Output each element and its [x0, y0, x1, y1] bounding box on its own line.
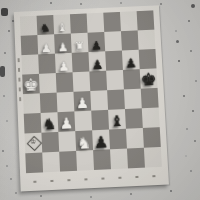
film-grain-speck [185, 155, 187, 157]
square-h2[interactable] [143, 127, 161, 148]
square-h4[interactable] [141, 88, 159, 108]
square-c7[interactable]: ♟ [54, 33, 72, 53]
square-a8[interactable] [20, 16, 37, 36]
film-grain-speck [120, 2, 122, 4]
square-c5[interactable] [56, 72, 74, 92]
coordinate-tick [152, 175, 155, 177]
piece-black-bishop[interactable]: ♝ [110, 114, 124, 129]
film-grain-speck [178, 60, 180, 62]
square-d1[interactable] [76, 150, 94, 171]
square-h6[interactable] [139, 49, 157, 69]
brand-text-mark [18, 68, 20, 72]
square-f3[interactable]: ♝ [108, 109, 126, 129]
square-a7[interactable] [21, 35, 39, 55]
film-grain-speck [130, 193, 132, 195]
piece-white-pawn[interactable]: ♟ [76, 97, 90, 111]
square-g3[interactable] [125, 108, 143, 128]
film-grain-speck [6, 120, 8, 122]
piece-white-bishop[interactable]: ♝ [57, 23, 67, 34]
square-f2[interactable] [109, 129, 127, 150]
square-e2[interactable]: ♟ [92, 130, 110, 151]
square-b7[interactable]: ♟ [37, 34, 55, 54]
piece-white-pawn[interactable]: ♟ [57, 42, 68, 54]
mat-logo-emblem: ♔ [27, 136, 40, 149]
square-b6[interactable] [38, 54, 56, 74]
square-b3[interactable]: ♞ [41, 112, 59, 133]
square-a4[interactable] [23, 93, 41, 113]
square-h8[interactable] [137, 10, 155, 30]
chess-mat: ♞♝♟♟♜♟♟♟♟♚♚♟♞♟♝♔♞♟ [14, 5, 169, 191]
square-a3[interactable] [24, 113, 42, 134]
film-grain-speck [160, 3, 162, 5]
film-grain-speck [8, 30, 10, 32]
photo-dark-blemish [1, 8, 8, 16]
photo-dark-blemish [191, 4, 195, 8]
film-grain-speck [40, 195, 42, 197]
square-g1[interactable] [127, 148, 145, 169]
square-f4[interactable] [107, 89, 125, 109]
brand-text-mark [19, 78, 21, 82]
coordinate-tick [50, 180, 53, 182]
coordinate-tick [67, 179, 70, 181]
square-f8[interactable] [103, 12, 121, 32]
film-grain-speck [190, 170, 192, 172]
square-h7[interactable] [138, 30, 156, 50]
square-a1[interactable] [25, 153, 43, 174]
piece-black-pawn[interactable]: ♟ [91, 40, 102, 52]
square-c6[interactable]: ♟ [55, 53, 73, 73]
square-c8[interactable]: ♝ [53, 14, 71, 34]
square-g6[interactable]: ♟ [122, 50, 140, 70]
square-b8[interactable]: ♞ [37, 15, 55, 35]
piece-black-pawn[interactable]: ♟ [91, 59, 103, 71]
piece-white-king[interactable]: ♚ [23, 77, 39, 94]
coordinate-tick [135, 176, 138, 178]
square-b5[interactable] [39, 73, 57, 93]
square-c2[interactable] [58, 131, 76, 152]
square-c1[interactable] [59, 151, 77, 172]
film-grain-speck [192, 110, 194, 112]
square-d2[interactable]: ♞ [75, 130, 93, 151]
square-d7[interactable]: ♜ [71, 33, 89, 53]
square-c3[interactable]: ♟ [57, 111, 75, 131]
film-grain-speck [186, 128, 188, 130]
square-b2[interactable] [41, 132, 59, 153]
film-grain-speck [194, 140, 196, 142]
piece-white-pawn[interactable]: ♟ [41, 43, 52, 55]
brand-text-mark [19, 97, 21, 101]
film-grain-speck [175, 30, 177, 32]
film-grain-speck [190, 50, 192, 52]
piece-white-pawn[interactable]: ♟ [59, 117, 73, 132]
film-grain-speck [188, 20, 190, 22]
film-grain-speck [3, 95, 5, 97]
film-grain-speck [2, 150, 4, 152]
film-grain-speck [50, 2, 52, 4]
square-f6[interactable] [105, 51, 123, 71]
square-h5[interactable]: ♚ [140, 68, 158, 88]
square-d4[interactable]: ♟ [73, 91, 91, 111]
square-g8[interactable] [120, 11, 138, 31]
brand-text-mark [19, 87, 21, 91]
piece-black-pawn[interactable]: ♟ [125, 57, 137, 69]
square-a5[interactable]: ♚ [22, 74, 40, 94]
coordinate-tick [84, 179, 87, 181]
piece-white-knight[interactable]: ♞ [77, 135, 92, 151]
piece-black-king[interactable]: ♚ [140, 71, 157, 88]
film-grain-speck [15, 192, 17, 194]
chess-board[interactable]: ♞♝♟♟♜♟♟♟♟♚♚♟♞♟♝♔♞♟ [20, 10, 162, 173]
piece-black-knight[interactable]: ♞ [42, 118, 56, 133]
square-c4[interactable] [57, 92, 75, 112]
film-grain-speck [4, 52, 6, 54]
square-e8[interactable] [87, 13, 105, 33]
square-e5[interactable] [89, 71, 107, 91]
square-e7[interactable]: ♟ [88, 32, 106, 52]
film-grain-speck [195, 80, 197, 82]
film-grain-speck [10, 178, 12, 180]
film-grain-speck [170, 190, 172, 192]
brand-text-mark [18, 58, 20, 62]
piece-black-pawn[interactable]: ♟ [94, 134, 109, 150]
square-e1[interactable] [93, 149, 111, 170]
square-f7[interactable] [104, 31, 122, 51]
photo-background: ♞♝♟♟♜♟♟♟♟♚♚♟♞♟♝♔♞♟ [0, 0, 200, 200]
film-grain-speck [80, 3, 82, 5]
crown-icon: ♔ [30, 139, 37, 146]
square-e4[interactable] [90, 90, 108, 110]
square-d6[interactable] [72, 52, 90, 72]
square-g7[interactable] [121, 30, 139, 50]
square-a2[interactable]: ♔ [24, 133, 42, 154]
square-g2[interactable] [126, 128, 144, 149]
film-grain-speck [12, 20, 14, 22]
piece-white-rook[interactable]: ♜ [74, 41, 85, 53]
square-h3[interactable] [142, 107, 160, 127]
square-a6[interactable] [21, 54, 39, 74]
square-d5[interactable] [73, 71, 91, 91]
film-grain-speck [6, 165, 8, 167]
square-f1[interactable] [110, 149, 128, 170]
piece-black-knight[interactable]: ♞ [40, 24, 50, 35]
photo-dark-blemish [0, 66, 5, 77]
square-d8[interactable] [70, 13, 88, 33]
square-e6[interactable]: ♟ [88, 51, 106, 71]
square-g5[interactable] [123, 69, 141, 89]
coordinate-tick [118, 177, 121, 179]
coordinate-tick [101, 178, 104, 180]
piece-white-pawn[interactable]: ♟ [58, 60, 70, 72]
film-grain-speck [183, 95, 185, 97]
square-b4[interactable] [40, 93, 58, 113]
mat-bottom-coordinates [26, 171, 162, 187]
square-f5[interactable] [106, 70, 124, 90]
film-grain-speck [90, 196, 92, 198]
square-g4[interactable] [124, 89, 142, 109]
square-b1[interactable] [42, 152, 60, 173]
square-h1[interactable] [144, 147, 162, 168]
coordinate-tick [33, 181, 36, 183]
photo-dark-blemish [176, 40, 179, 43]
square-d3[interactable] [74, 111, 92, 131]
square-e3[interactable] [91, 110, 109, 130]
